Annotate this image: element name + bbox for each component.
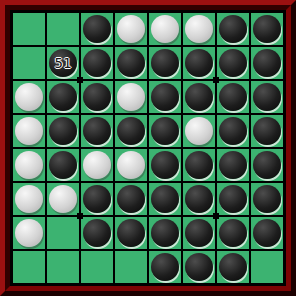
square-a4[interactable] bbox=[13, 115, 45, 147]
square-a6[interactable] bbox=[13, 183, 45, 215]
square-d7[interactable] bbox=[115, 217, 147, 249]
square-g4[interactable] bbox=[217, 115, 249, 147]
board-frame: 51 bbox=[0, 0, 296, 296]
white-disc bbox=[15, 151, 43, 179]
square-g7[interactable] bbox=[217, 217, 249, 249]
star-point bbox=[77, 213, 83, 219]
black-disc bbox=[253, 151, 281, 179]
last-move-number: 51 bbox=[49, 49, 77, 77]
black-disc bbox=[219, 117, 247, 145]
square-b8[interactable] bbox=[47, 251, 79, 283]
black-disc bbox=[83, 15, 111, 43]
square-c3[interactable] bbox=[81, 81, 113, 113]
square-c8[interactable] bbox=[81, 251, 113, 283]
black-disc bbox=[83, 49, 111, 77]
square-e1[interactable] bbox=[149, 13, 181, 45]
black-disc bbox=[151, 219, 179, 247]
square-b2[interactable]: 51 bbox=[47, 47, 79, 79]
black-disc bbox=[151, 253, 179, 281]
black-disc: 51 bbox=[49, 49, 77, 77]
black-disc bbox=[83, 219, 111, 247]
square-g6[interactable] bbox=[217, 183, 249, 215]
square-h2[interactable] bbox=[251, 47, 283, 79]
square-c7[interactable] bbox=[81, 217, 113, 249]
square-a1[interactable] bbox=[13, 13, 45, 45]
square-f8[interactable] bbox=[183, 251, 215, 283]
square-a8[interactable] bbox=[13, 251, 45, 283]
black-disc bbox=[117, 49, 145, 77]
black-disc bbox=[219, 151, 247, 179]
white-disc bbox=[15, 83, 43, 111]
square-d3[interactable] bbox=[115, 81, 147, 113]
white-disc bbox=[185, 117, 213, 145]
white-disc bbox=[151, 15, 179, 43]
black-disc bbox=[219, 49, 247, 77]
white-disc bbox=[185, 15, 213, 43]
square-d8[interactable] bbox=[115, 251, 147, 283]
black-disc bbox=[185, 219, 213, 247]
black-disc bbox=[151, 49, 179, 77]
square-e8[interactable] bbox=[149, 251, 181, 283]
black-disc bbox=[49, 117, 77, 145]
square-g5[interactable] bbox=[217, 149, 249, 181]
black-disc bbox=[117, 117, 145, 145]
square-d1[interactable] bbox=[115, 13, 147, 45]
square-a5[interactable] bbox=[13, 149, 45, 181]
white-disc bbox=[49, 185, 77, 213]
black-disc bbox=[253, 15, 281, 43]
square-e5[interactable] bbox=[149, 149, 181, 181]
white-disc bbox=[117, 151, 145, 179]
black-disc bbox=[219, 253, 247, 281]
black-disc bbox=[151, 83, 179, 111]
black-disc bbox=[185, 151, 213, 179]
square-b5[interactable] bbox=[47, 149, 79, 181]
black-disc bbox=[151, 185, 179, 213]
square-h7[interactable] bbox=[251, 217, 283, 249]
square-b4[interactable] bbox=[47, 115, 79, 147]
black-disc bbox=[83, 117, 111, 145]
square-h5[interactable] bbox=[251, 149, 283, 181]
black-disc bbox=[49, 151, 77, 179]
black-disc bbox=[83, 83, 111, 111]
black-disc bbox=[219, 15, 247, 43]
square-g3[interactable] bbox=[217, 81, 249, 113]
square-h6[interactable] bbox=[251, 183, 283, 215]
black-disc bbox=[49, 83, 77, 111]
square-a3[interactable] bbox=[13, 81, 45, 113]
square-g1[interactable] bbox=[217, 13, 249, 45]
square-g2[interactable] bbox=[217, 47, 249, 79]
square-d6[interactable] bbox=[115, 183, 147, 215]
square-h8[interactable] bbox=[251, 251, 283, 283]
square-b3[interactable] bbox=[47, 81, 79, 113]
square-d5[interactable] bbox=[115, 149, 147, 181]
star-point bbox=[77, 77, 83, 83]
square-b7[interactable] bbox=[47, 217, 79, 249]
square-c4[interactable] bbox=[81, 115, 113, 147]
square-b6[interactable] bbox=[47, 183, 79, 215]
black-disc bbox=[253, 117, 281, 145]
square-f4[interactable] bbox=[183, 115, 215, 147]
board-frame-inner: 51 bbox=[5, 5, 291, 291]
square-c6[interactable] bbox=[81, 183, 113, 215]
black-disc bbox=[185, 185, 213, 213]
black-disc bbox=[253, 185, 281, 213]
black-disc bbox=[117, 219, 145, 247]
square-b1[interactable] bbox=[47, 13, 79, 45]
square-d2[interactable] bbox=[115, 47, 147, 79]
black-disc bbox=[185, 49, 213, 77]
square-c1[interactable] bbox=[81, 13, 113, 45]
square-g8[interactable] bbox=[217, 251, 249, 283]
square-c5[interactable] bbox=[81, 149, 113, 181]
black-disc bbox=[219, 83, 247, 111]
square-f3[interactable] bbox=[183, 81, 215, 113]
square-c2[interactable] bbox=[81, 47, 113, 79]
white-disc bbox=[117, 83, 145, 111]
square-e6[interactable] bbox=[149, 183, 181, 215]
square-e3[interactable] bbox=[149, 81, 181, 113]
black-disc bbox=[151, 151, 179, 179]
othello-board: 51 bbox=[10, 10, 286, 286]
black-disc bbox=[219, 185, 247, 213]
black-disc bbox=[219, 219, 247, 247]
white-disc bbox=[15, 219, 43, 247]
square-e4[interactable] bbox=[149, 115, 181, 147]
white-disc bbox=[117, 15, 145, 43]
white-disc bbox=[15, 185, 43, 213]
black-disc bbox=[253, 49, 281, 77]
star-point bbox=[213, 213, 219, 219]
black-disc bbox=[151, 117, 179, 145]
black-disc bbox=[83, 185, 111, 213]
white-disc bbox=[15, 117, 43, 145]
square-a2[interactable] bbox=[13, 47, 45, 79]
square-e2[interactable] bbox=[149, 47, 181, 79]
black-disc bbox=[185, 253, 213, 281]
square-h3[interactable] bbox=[251, 81, 283, 113]
black-disc bbox=[253, 83, 281, 111]
square-f1[interactable] bbox=[183, 13, 215, 45]
square-e7[interactable] bbox=[149, 217, 181, 249]
square-h4[interactable] bbox=[251, 115, 283, 147]
black-disc bbox=[253, 219, 281, 247]
square-f7[interactable] bbox=[183, 217, 215, 249]
square-h1[interactable] bbox=[251, 13, 283, 45]
square-a7[interactable] bbox=[13, 217, 45, 249]
white-disc bbox=[83, 151, 111, 179]
square-f6[interactable] bbox=[183, 183, 215, 215]
square-f5[interactable] bbox=[183, 149, 215, 181]
square-f2[interactable] bbox=[183, 47, 215, 79]
star-point bbox=[213, 77, 219, 83]
black-disc bbox=[117, 185, 145, 213]
square-d4[interactable] bbox=[115, 115, 147, 147]
black-disc bbox=[185, 83, 213, 111]
